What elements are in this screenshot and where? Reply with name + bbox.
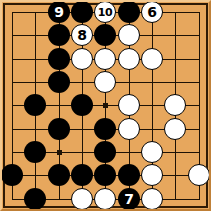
move-number-label: 10 — [98, 6, 112, 17]
black-stone — [48, 48, 70, 70]
move-number-label: 8 — [77, 28, 87, 42]
move-number-label: 6 — [147, 5, 157, 19]
black-stone — [24, 141, 46, 163]
black-stone-move-9: 9 — [48, 1, 70, 23]
black-stone — [94, 118, 116, 140]
black-stone — [48, 71, 70, 93]
black-stone-move-7: 7 — [118, 188, 140, 210]
white-stone — [141, 141, 163, 163]
white-stone — [71, 188, 93, 210]
black-stone — [94, 24, 116, 46]
black-stone — [48, 24, 70, 46]
white-stone — [94, 188, 116, 210]
black-stone — [94, 141, 116, 163]
white-stone — [188, 164, 210, 186]
white-stone — [164, 94, 186, 116]
black-stone — [48, 164, 70, 186]
white-stone — [71, 48, 93, 70]
black-stone — [71, 164, 93, 186]
move-number-label: 9 — [54, 5, 64, 19]
star-point — [103, 103, 108, 108]
move-number-label: 7 — [124, 192, 134, 206]
white-stone — [118, 24, 140, 46]
black-stone — [71, 1, 93, 23]
white-stone — [118, 48, 140, 70]
white-stone — [118, 94, 140, 116]
white-stone — [94, 71, 116, 93]
black-stone — [118, 164, 140, 186]
black-stone — [118, 1, 140, 23]
white-stone-move-10: 10 — [94, 1, 116, 23]
black-stone — [24, 188, 46, 210]
white-stone-move-6: 6 — [141, 1, 163, 23]
black-stone — [48, 118, 70, 140]
black-stone — [94, 164, 116, 186]
white-stone — [141, 188, 163, 210]
go-board: 910687 — [0, 0, 211, 211]
white-stone — [141, 164, 163, 186]
white-stone — [164, 118, 186, 140]
black-stone — [24, 94, 46, 116]
white-stone — [141, 48, 163, 70]
black-stone — [71, 94, 93, 116]
star-point — [57, 150, 62, 155]
white-stone — [118, 118, 140, 140]
white-stone-move-8: 8 — [71, 24, 93, 46]
black-stone — [1, 164, 23, 186]
white-stone — [94, 48, 116, 70]
